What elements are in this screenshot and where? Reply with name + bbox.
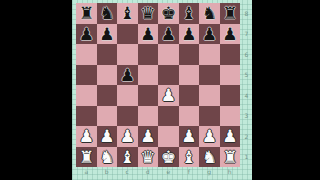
square-d7[interactable]: ♟ [138, 24, 159, 45]
video-frame: ♜♞♝♛♚♝♞♜♟♟♟♟♟♟♟♟♟♟♟♟♟♟♟♟♜♞♝♛♚♝♞♜ 8765432… [0, 0, 320, 180]
square-e6[interactable] [158, 44, 179, 65]
rank-labels: 87654321 [241, 3, 252, 167]
square-c6[interactable] [117, 44, 138, 65]
square-a2[interactable]: ♟ [76, 126, 97, 147]
file-label-a: a [76, 168, 97, 179]
square-d3[interactable] [138, 106, 159, 127]
square-g2[interactable]: ♟ [199, 126, 220, 147]
black-pawn-piece[interactable]: ♟ [179, 24, 200, 45]
square-c7[interactable] [117, 24, 138, 45]
square-d8[interactable]: ♛ [138, 3, 159, 24]
square-a3[interactable] [76, 106, 97, 127]
chess-board: ♜♞♝♛♚♝♞♜♟♟♟♟♟♟♟♟♟♟♟♟♟♟♟♟♜♞♝♛♚♝♞♜ [76, 3, 240, 167]
black-pawn-piece[interactable]: ♟ [220, 24, 241, 45]
rank-label-8: 8 [241, 3, 252, 24]
square-f4[interactable] [179, 85, 200, 106]
white-king-piece[interactable]: ♚ [158, 147, 179, 168]
black-bishop-piece[interactable]: ♝ [117, 3, 138, 24]
white-pawn-piece[interactable]: ♟ [138, 126, 159, 147]
square-h1[interactable]: ♜ [220, 147, 241, 168]
file-label-e: e [158, 168, 179, 179]
white-pawn-piece[interactable]: ♟ [220, 126, 241, 147]
black-pawn-piece[interactable]: ♟ [97, 24, 118, 45]
rank-label-6: 6 [241, 44, 252, 65]
square-c1[interactable]: ♝ [117, 147, 138, 168]
white-pawn-piece[interactable]: ♟ [179, 126, 200, 147]
square-g4[interactable] [199, 85, 220, 106]
white-pawn-piece[interactable]: ♟ [158, 85, 179, 106]
black-rook-piece[interactable]: ♜ [220, 3, 241, 24]
black-queen-piece[interactable]: ♛ [138, 3, 159, 24]
square-b3[interactable] [97, 106, 118, 127]
black-pawn-piece[interactable]: ♟ [158, 24, 179, 45]
square-f1[interactable]: ♝ [179, 147, 200, 168]
file-label-b: b [97, 168, 118, 179]
square-h5[interactable] [220, 65, 241, 86]
square-f6[interactable] [179, 44, 200, 65]
square-b6[interactable] [97, 44, 118, 65]
square-b5[interactable] [97, 65, 118, 86]
white-rook-piece[interactable]: ♜ [76, 147, 97, 168]
white-pawn-piece[interactable]: ♟ [117, 126, 138, 147]
square-e2[interactable] [158, 126, 179, 147]
square-h8[interactable]: ♜ [220, 3, 241, 24]
square-b1[interactable]: ♞ [97, 147, 118, 168]
square-f7[interactable]: ♟ [179, 24, 200, 45]
white-knight-piece[interactable]: ♞ [97, 147, 118, 168]
square-h6[interactable] [220, 44, 241, 65]
square-f2[interactable]: ♟ [179, 126, 200, 147]
rank-label-7: 7 [241, 24, 252, 45]
square-c8[interactable]: ♝ [117, 3, 138, 24]
square-h4[interactable] [220, 85, 241, 106]
white-pawn-piece[interactable]: ♟ [97, 126, 118, 147]
black-king-piece[interactable]: ♚ [158, 3, 179, 24]
black-pawn-piece[interactable]: ♟ [76, 24, 97, 45]
rank-label-2: 2 [241, 126, 252, 147]
square-e1[interactable]: ♚ [158, 147, 179, 168]
square-d2[interactable]: ♟ [138, 126, 159, 147]
square-g8[interactable]: ♞ [199, 3, 220, 24]
black-pawn-piece[interactable]: ♟ [199, 24, 220, 45]
white-bishop-piece[interactable]: ♝ [179, 147, 200, 168]
rank-label-1: 1 [241, 147, 252, 168]
black-pawn-piece[interactable]: ♟ [117, 65, 138, 86]
file-label-g: g [199, 168, 220, 179]
square-b4[interactable] [97, 85, 118, 106]
square-h3[interactable] [220, 106, 241, 127]
file-label-d: d [138, 168, 159, 179]
black-knight-piece[interactable]: ♞ [199, 3, 220, 24]
file-label-h: h [220, 168, 241, 179]
square-a4[interactable] [76, 85, 97, 106]
square-e3[interactable] [158, 106, 179, 127]
square-a8[interactable]: ♜ [76, 3, 97, 24]
square-e5[interactable] [158, 65, 179, 86]
square-a6[interactable] [76, 44, 97, 65]
square-e7[interactable]: ♟ [158, 24, 179, 45]
square-f5[interactable] [179, 65, 200, 86]
white-queen-piece[interactable]: ♛ [138, 147, 159, 168]
file-label-c: c [117, 168, 138, 179]
square-b2[interactable]: ♟ [97, 126, 118, 147]
square-a7[interactable]: ♟ [76, 24, 97, 45]
rank-label-5: 5 [241, 65, 252, 86]
white-knight-piece[interactable]: ♞ [199, 147, 220, 168]
square-d6[interactable] [138, 44, 159, 65]
square-g5[interactable] [199, 65, 220, 86]
black-knight-piece[interactable]: ♞ [97, 3, 118, 24]
square-b8[interactable]: ♞ [97, 3, 118, 24]
square-g1[interactable]: ♞ [199, 147, 220, 168]
square-e8[interactable]: ♚ [158, 3, 179, 24]
file-labels: abcdefgh [76, 168, 240, 179]
black-bishop-piece[interactable]: ♝ [179, 3, 200, 24]
square-d1[interactable]: ♛ [138, 147, 159, 168]
square-h7[interactable]: ♟ [220, 24, 241, 45]
square-d5[interactable] [138, 65, 159, 86]
rank-label-3: 3 [241, 106, 252, 127]
square-c2[interactable]: ♟ [117, 126, 138, 147]
square-g7[interactable]: ♟ [199, 24, 220, 45]
square-c5[interactable]: ♟ [117, 65, 138, 86]
square-d4[interactable] [138, 85, 159, 106]
board-panel: ♜♞♝♛♚♝♞♜♟♟♟♟♟♟♟♟♟♟♟♟♟♟♟♟♜♞♝♛♚♝♞♜ 8765432… [72, 0, 252, 180]
square-c3[interactable] [117, 106, 138, 127]
white-pawn-piece[interactable]: ♟ [199, 126, 220, 147]
black-rook-piece[interactable]: ♜ [76, 3, 97, 24]
black-pawn-piece[interactable]: ♟ [138, 24, 159, 45]
square-b7[interactable]: ♟ [97, 24, 118, 45]
white-pawn-piece[interactable]: ♟ [76, 126, 97, 147]
square-f3[interactable] [179, 106, 200, 127]
white-rook-piece[interactable]: ♜ [220, 147, 241, 168]
square-a1[interactable]: ♜ [76, 147, 97, 168]
square-e4[interactable]: ♟ [158, 85, 179, 106]
file-label-f: f [179, 168, 200, 179]
square-g6[interactable] [199, 44, 220, 65]
square-g3[interactable] [199, 106, 220, 127]
rank-label-4: 4 [241, 85, 252, 106]
white-bishop-piece[interactable]: ♝ [117, 147, 138, 168]
square-c4[interactable] [117, 85, 138, 106]
square-f8[interactable]: ♝ [179, 3, 200, 24]
square-h2[interactable]: ♟ [220, 126, 241, 147]
square-a5[interactable] [76, 65, 97, 86]
